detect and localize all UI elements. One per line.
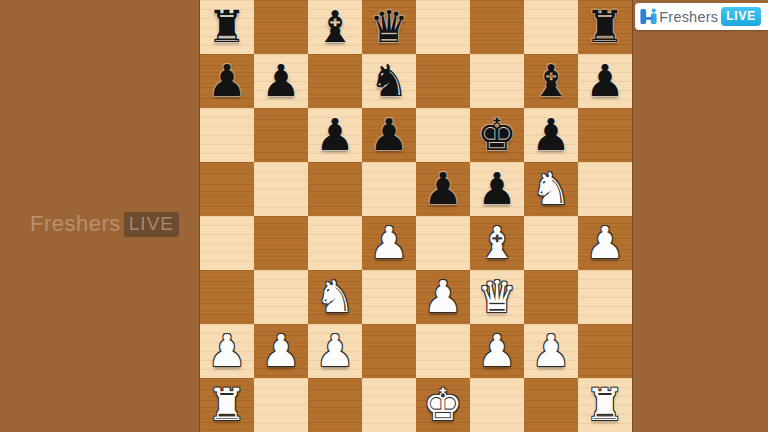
square-c4[interactable] xyxy=(308,216,362,270)
piece-black-pawn: ♟ xyxy=(207,54,246,108)
square-h7[interactable]: ♟ xyxy=(578,54,632,108)
piece-white-knight: ♞ xyxy=(315,270,354,324)
piece-white-queen: ♛ xyxy=(477,270,516,324)
square-h2[interactable] xyxy=(578,324,632,378)
square-g1[interactable] xyxy=(524,378,578,432)
square-g2[interactable]: ♟ xyxy=(524,324,578,378)
square-a3[interactable] xyxy=(200,270,254,324)
square-c1[interactable] xyxy=(308,378,362,432)
square-d5[interactable] xyxy=(362,162,416,216)
square-a6[interactable] xyxy=(200,108,254,162)
square-a7[interactable]: ♟ xyxy=(200,54,254,108)
piece-white-rook: ♜ xyxy=(585,378,624,432)
square-f2[interactable]: ♟ xyxy=(470,324,524,378)
square-f5[interactable]: ♟ xyxy=(470,162,524,216)
chess-board[interactable]: ♜♝♛♜♟♟♞♝♟♟♟♚♟♟♟♞♟♝♟♞♟♛♟♟♟♟♟♜♚♜ xyxy=(200,0,632,432)
square-b4[interactable] xyxy=(254,216,308,270)
piece-black-pawn: ♟ xyxy=(477,162,516,216)
square-e3[interactable]: ♟ xyxy=(416,270,470,324)
fresherslive-logo-icon xyxy=(639,7,658,26)
square-e8[interactable] xyxy=(416,0,470,54)
square-b1[interactable] xyxy=(254,378,308,432)
square-c5[interactable] xyxy=(308,162,362,216)
square-g6[interactable]: ♟ xyxy=(524,108,578,162)
square-f1[interactable] xyxy=(470,378,524,432)
square-h1[interactable]: ♜ xyxy=(578,378,632,432)
square-a4[interactable] xyxy=(200,216,254,270)
square-e7[interactable] xyxy=(416,54,470,108)
square-e6[interactable] xyxy=(416,108,470,162)
piece-white-pawn: ♟ xyxy=(261,324,300,378)
square-h4[interactable]: ♟ xyxy=(578,216,632,270)
square-f6[interactable]: ♚ xyxy=(470,108,524,162)
square-g4[interactable] xyxy=(524,216,578,270)
square-a8[interactable]: ♜ xyxy=(200,0,254,54)
watermark-brand-text: Freshers xyxy=(30,211,121,237)
square-f3[interactable]: ♛ xyxy=(470,270,524,324)
piece-black-knight: ♞ xyxy=(369,54,408,108)
square-h8[interactable]: ♜ xyxy=(578,0,632,54)
square-g7[interactable]: ♝ xyxy=(524,54,578,108)
piece-black-king: ♚ xyxy=(477,108,516,162)
square-e5[interactable]: ♟ xyxy=(416,162,470,216)
square-e4[interactable] xyxy=(416,216,470,270)
piece-white-bishop: ♝ xyxy=(477,216,516,270)
square-e1[interactable]: ♚ xyxy=(416,378,470,432)
fresherslive-logo: Freshers LIVE xyxy=(635,3,768,30)
square-h6[interactable] xyxy=(578,108,632,162)
piece-black-pawn: ♟ xyxy=(261,54,300,108)
square-f8[interactable] xyxy=(470,0,524,54)
square-h3[interactable] xyxy=(578,270,632,324)
piece-black-bishop: ♝ xyxy=(315,0,354,54)
piece-white-pawn: ♟ xyxy=(531,324,570,378)
logo-live-badge: LIVE xyxy=(721,7,761,26)
piece-white-pawn: ♟ xyxy=(315,324,354,378)
piece-black-pawn: ♟ xyxy=(369,108,408,162)
piece-white-pawn: ♟ xyxy=(477,324,516,378)
square-b5[interactable] xyxy=(254,162,308,216)
square-d1[interactable] xyxy=(362,378,416,432)
piece-black-pawn: ♟ xyxy=(315,108,354,162)
piece-black-rook: ♜ xyxy=(207,0,246,54)
square-c3[interactable]: ♞ xyxy=(308,270,362,324)
piece-white-knight: ♞ xyxy=(531,162,570,216)
square-c8[interactable]: ♝ xyxy=(308,0,362,54)
square-f7[interactable] xyxy=(470,54,524,108)
square-f4[interactable]: ♝ xyxy=(470,216,524,270)
square-c7[interactable] xyxy=(308,54,362,108)
watermark-fresherslive: Freshers LIVE xyxy=(30,211,179,237)
piece-white-pawn: ♟ xyxy=(585,216,624,270)
square-g5[interactable]: ♞ xyxy=(524,162,578,216)
watermark-live-badge: LIVE xyxy=(124,212,179,237)
piece-black-bishop: ♝ xyxy=(531,54,570,108)
square-d6[interactable]: ♟ xyxy=(362,108,416,162)
square-g3[interactable] xyxy=(524,270,578,324)
square-g8[interactable] xyxy=(524,0,578,54)
square-c2[interactable]: ♟ xyxy=(308,324,362,378)
square-e2[interactable] xyxy=(416,324,470,378)
square-b3[interactable] xyxy=(254,270,308,324)
piece-white-king: ♚ xyxy=(423,378,462,432)
square-d7[interactable]: ♞ xyxy=(362,54,416,108)
square-d2[interactable] xyxy=(362,324,416,378)
logo-brand-text: Freshers xyxy=(659,9,718,25)
square-b6[interactable] xyxy=(254,108,308,162)
piece-black-pawn: ♟ xyxy=(585,54,624,108)
square-c6[interactable]: ♟ xyxy=(308,108,362,162)
square-a1[interactable]: ♜ xyxy=(200,378,254,432)
piece-white-rook: ♜ xyxy=(207,378,246,432)
piece-black-pawn: ♟ xyxy=(531,108,570,162)
square-h5[interactable] xyxy=(578,162,632,216)
piece-black-queen: ♛ xyxy=(369,0,408,54)
square-a5[interactable] xyxy=(200,162,254,216)
piece-white-pawn: ♟ xyxy=(423,270,462,324)
piece-black-rook: ♜ xyxy=(585,0,624,54)
piece-white-pawn: ♟ xyxy=(369,216,408,270)
piece-white-pawn: ♟ xyxy=(207,324,246,378)
piece-black-pawn: ♟ xyxy=(423,162,462,216)
square-b7[interactable]: ♟ xyxy=(254,54,308,108)
square-d3[interactable] xyxy=(362,270,416,324)
square-b8[interactable] xyxy=(254,0,308,54)
square-a2[interactable]: ♟ xyxy=(200,324,254,378)
square-d4[interactable]: ♟ xyxy=(362,216,416,270)
square-d8[interactable]: ♛ xyxy=(362,0,416,54)
page-background: { "game": "chess", "position": { "fen": … xyxy=(0,0,768,432)
square-b2[interactable]: ♟ xyxy=(254,324,308,378)
